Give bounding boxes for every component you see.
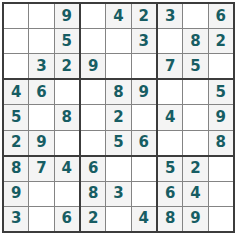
page: 9532423936827546582989256549887493668324… [0, 0, 240, 240]
cell-r9c9[interactable] [209, 207, 233, 231]
cell-r4c1[interactable]: 4 [4, 80, 28, 104]
box-5: 89256 [81, 80, 156, 154]
cell-r8c2[interactable] [29, 182, 53, 206]
cell-r7c9[interactable] [209, 157, 233, 181]
cell-r1c4[interactable] [81, 4, 105, 28]
cell-r1c7[interactable]: 3 [158, 4, 182, 28]
cell-r9c8[interactable]: 9 [183, 207, 207, 231]
cell-r3c8[interactable]: 5 [183, 54, 207, 78]
cell-r4c5[interactable]: 8 [106, 80, 130, 104]
cell-r6c7[interactable] [158, 131, 182, 155]
cell-r1c9[interactable]: 6 [209, 4, 233, 28]
cell-r9c5[interactable] [106, 207, 130, 231]
cell-r2c9[interactable]: 2 [209, 29, 233, 53]
sudoku-board: 9532423936827546582989256549887493668324… [2, 2, 235, 233]
cell-r2c6[interactable]: 3 [132, 29, 156, 53]
cell-r5c9[interactable]: 9 [209, 105, 233, 129]
cell-r8c7[interactable]: 6 [158, 182, 182, 206]
cell-r8c6[interactable] [132, 182, 156, 206]
box-6: 5498 [158, 80, 233, 154]
cell-r6c1[interactable]: 2 [4, 131, 28, 155]
cell-r7c1[interactable]: 8 [4, 157, 28, 181]
cell-r8c5[interactable]: 3 [106, 182, 130, 206]
cell-r5c5[interactable]: 2 [106, 105, 130, 129]
cell-r3c6[interactable] [132, 54, 156, 78]
cell-r7c3[interactable]: 4 [55, 157, 79, 181]
cell-r3c4[interactable]: 9 [81, 54, 105, 78]
cell-r2c5[interactable] [106, 29, 130, 53]
cell-r5c7[interactable]: 4 [158, 105, 182, 129]
cell-r3c9[interactable] [209, 54, 233, 78]
cell-r9c2[interactable] [29, 207, 53, 231]
cell-r4c6[interactable]: 9 [132, 80, 156, 104]
cell-r8c3[interactable] [55, 182, 79, 206]
box-7: 874936 [4, 157, 79, 231]
cell-r2c3[interactable]: 5 [55, 29, 79, 53]
cell-r4c4[interactable] [81, 80, 105, 104]
cell-r2c2[interactable] [29, 29, 53, 53]
cell-r4c2[interactable]: 6 [29, 80, 53, 104]
cell-r5c1[interactable]: 5 [4, 105, 28, 129]
cell-r1c2[interactable] [29, 4, 53, 28]
cell-r8c4[interactable]: 8 [81, 182, 105, 206]
cell-r9c7[interactable]: 8 [158, 207, 182, 231]
cell-r5c3[interactable]: 8 [55, 105, 79, 129]
cell-r8c8[interactable]: 4 [183, 182, 207, 206]
box-3: 368275 [158, 4, 233, 78]
cell-r6c5[interactable]: 5 [106, 131, 130, 155]
cell-r9c6[interactable]: 4 [132, 207, 156, 231]
cell-r6c2[interactable]: 9 [29, 131, 53, 155]
cell-r9c3[interactable]: 6 [55, 207, 79, 231]
cell-r5c4[interactable] [81, 105, 105, 129]
cell-r1c6[interactable]: 2 [132, 4, 156, 28]
cell-r6c9[interactable]: 8 [209, 131, 233, 155]
cell-r7c5[interactable] [106, 157, 130, 181]
cell-r4c9[interactable]: 5 [209, 80, 233, 104]
cell-r6c8[interactable] [183, 131, 207, 155]
cell-r8c1[interactable]: 9 [4, 182, 28, 206]
cell-r3c5[interactable] [106, 54, 130, 78]
cell-r7c7[interactable]: 5 [158, 157, 182, 181]
cell-r5c6[interactable] [132, 105, 156, 129]
cell-r3c7[interactable]: 7 [158, 54, 182, 78]
cell-r3c2[interactable]: 3 [29, 54, 53, 78]
cell-r4c3[interactable] [55, 80, 79, 104]
cell-r2c1[interactable] [4, 29, 28, 53]
cell-r7c2[interactable]: 7 [29, 157, 53, 181]
cell-r1c5[interactable]: 4 [106, 4, 130, 28]
cell-r5c2[interactable] [29, 105, 53, 129]
cell-r4c8[interactable] [183, 80, 207, 104]
cell-r8c9[interactable] [209, 182, 233, 206]
box-9: 526489 [158, 157, 233, 231]
cell-r9c1[interactable]: 3 [4, 207, 28, 231]
cell-r2c8[interactable]: 8 [183, 29, 207, 53]
cell-r2c7[interactable] [158, 29, 182, 53]
box-1: 9532 [4, 4, 79, 78]
cell-r1c1[interactable] [4, 4, 28, 28]
cell-r4c7[interactable] [158, 80, 182, 104]
box-8: 68324 [81, 157, 156, 231]
cell-r1c8[interactable] [183, 4, 207, 28]
box-2: 4239 [81, 4, 156, 78]
cell-r3c1[interactable] [4, 54, 28, 78]
cell-r6c3[interactable] [55, 131, 79, 155]
cell-r6c6[interactable]: 6 [132, 131, 156, 155]
cell-r1c3[interactable]: 9 [55, 4, 79, 28]
box-4: 465829 [4, 80, 79, 154]
cell-r6c4[interactable] [81, 131, 105, 155]
cell-r7c8[interactable]: 2 [183, 157, 207, 181]
cell-r7c6[interactable] [132, 157, 156, 181]
cell-r3c3[interactable]: 2 [55, 54, 79, 78]
cell-r9c4[interactable]: 2 [81, 207, 105, 231]
cell-r2c4[interactable] [81, 29, 105, 53]
cell-r5c8[interactable] [183, 105, 207, 129]
cell-r7c4[interactable]: 6 [81, 157, 105, 181]
